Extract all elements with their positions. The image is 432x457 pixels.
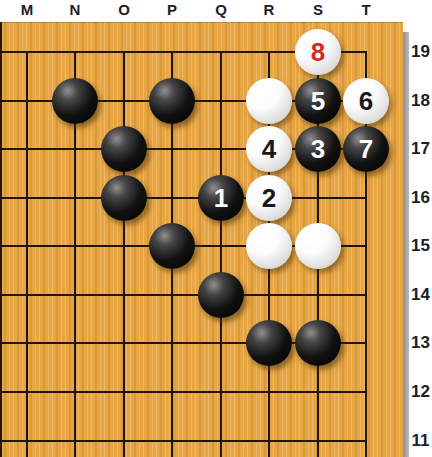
intersection-O18[interactable]: [100, 77, 148, 125]
column-label-m: M: [12, 1, 42, 18]
black-stone-S18-move-5[interactable]: 5: [295, 78, 341, 124]
intersection-N16[interactable]: [51, 174, 99, 222]
intersection-O13[interactable]: [100, 319, 148, 367]
intersection-P16[interactable]: [148, 174, 196, 222]
black-stone-O17[interactable]: [101, 126, 147, 172]
black-stone-N18[interactable]: [52, 78, 98, 124]
intersection-S12[interactable]: [294, 368, 342, 416]
intersection-M11[interactable]: [3, 417, 51, 457]
intersection-O19[interactable]: [100, 28, 148, 76]
intersection-N11[interactable]: [51, 417, 99, 457]
intersection-S16[interactable]: [294, 174, 342, 222]
intersection-Q17[interactable]: [197, 125, 245, 173]
intersection-T13[interactable]: [342, 319, 390, 367]
column-label-n: N: [60, 1, 90, 18]
move-number-label: 2: [262, 185, 276, 211]
move-number-label: 8: [311, 39, 325, 65]
intersection-O14[interactable]: [100, 271, 148, 319]
intersection-N13[interactable]: [51, 319, 99, 367]
black-stone-O16[interactable]: [101, 175, 147, 221]
intersection-T14[interactable]: [342, 271, 390, 319]
intersection-N17[interactable]: [51, 125, 99, 173]
white-stone-R15[interactable]: [246, 223, 292, 269]
column-label-p: P: [157, 1, 187, 18]
black-stone-Q14[interactable]: [198, 272, 244, 318]
intersection-T19[interactable]: [342, 28, 390, 76]
intersection-N12[interactable]: [51, 368, 99, 416]
white-stone-R16-move-2[interactable]: 2: [246, 175, 292, 221]
intersection-T15[interactable]: [342, 222, 390, 270]
row-label-15: 15: [409, 236, 432, 256]
intersection-S11[interactable]: [294, 417, 342, 457]
intersection-Q13[interactable]: [197, 319, 245, 367]
row-label-12: 12: [409, 382, 432, 402]
row-label-19: 19: [409, 42, 432, 62]
intersection-T11[interactable]: [342, 417, 390, 457]
intersection-P13[interactable]: [148, 319, 196, 367]
move-number-label: 5: [311, 88, 325, 114]
intersection-R11[interactable]: [245, 417, 293, 457]
row-label-17: 17: [409, 139, 432, 159]
intersection-M18[interactable]: [3, 77, 51, 125]
intersection-N14[interactable]: [51, 271, 99, 319]
intersection-S14[interactable]: [294, 271, 342, 319]
white-stone-T18-move-6[interactable]: 6: [343, 78, 389, 124]
intersection-P14[interactable]: [148, 271, 196, 319]
white-stone-S15[interactable]: [295, 223, 341, 269]
column-label-q: Q: [206, 1, 236, 18]
row-label-11: 11: [409, 431, 432, 451]
intersection-M12[interactable]: [3, 368, 51, 416]
white-stone-R18[interactable]: [246, 78, 292, 124]
intersection-M19[interactable]: [3, 28, 51, 76]
intersection-P17[interactable]: [148, 125, 196, 173]
intersection-P12[interactable]: [148, 368, 196, 416]
intersection-N15[interactable]: [51, 222, 99, 270]
black-stone-P15[interactable]: [149, 223, 195, 269]
move-number-label: 6: [359, 88, 373, 114]
intersection-T16[interactable]: [342, 174, 390, 222]
column-label-o: O: [109, 1, 139, 18]
intersection-Q12[interactable]: [197, 368, 245, 416]
intersection-R14[interactable]: [245, 271, 293, 319]
intersection-Q18[interactable]: [197, 77, 245, 125]
column-label-t: T: [351, 1, 381, 18]
intersection-P19[interactable]: [148, 28, 196, 76]
white-stone-R17-move-4[interactable]: 4: [246, 126, 292, 172]
black-stone-R13[interactable]: [246, 320, 292, 366]
black-stone-S17-move-3[interactable]: 3: [295, 126, 341, 172]
black-stone-T17-move-7[interactable]: 7: [343, 126, 389, 172]
intersection-Q19[interactable]: [197, 28, 245, 76]
white-stone-S19-move-8[interactable]: 8: [295, 29, 341, 75]
move-number-label: 7: [359, 136, 373, 162]
intersection-P11[interactable]: [148, 417, 196, 457]
intersection-Q15[interactable]: [197, 222, 245, 270]
intersection-O12[interactable]: [100, 368, 148, 416]
row-label-13: 13: [409, 333, 432, 353]
column-label-r: R: [254, 1, 284, 18]
move-number-label: 3: [311, 136, 325, 162]
move-number-label: 4: [262, 136, 276, 162]
intersection-M15[interactable]: [3, 222, 51, 270]
intersection-M14[interactable]: [3, 271, 51, 319]
black-stone-P18[interactable]: [149, 78, 195, 124]
intersection-M13[interactable]: [3, 319, 51, 367]
black-stone-Q16-move-1[interactable]: 1: [198, 175, 244, 221]
intersection-O15[interactable]: [100, 222, 148, 270]
black-stone-S13[interactable]: [295, 320, 341, 366]
intersection-O11[interactable]: [100, 417, 148, 457]
intersection-T12[interactable]: [342, 368, 390, 416]
row-label-14: 14: [409, 285, 432, 305]
intersection-R19[interactable]: [245, 28, 293, 76]
intersection-M16[interactable]: [3, 174, 51, 222]
move-number-label: 1: [214, 185, 228, 211]
intersection-Q11[interactable]: [197, 417, 245, 457]
go-diagram: 85643712 M N O P Q R S T 19 18 17 16 15 …: [0, 0, 432, 457]
intersection-M17[interactable]: [3, 125, 51, 173]
row-label-18: 18: [409, 91, 432, 111]
column-label-s: S: [303, 1, 333, 18]
intersection-R12[interactable]: [245, 368, 293, 416]
intersection-N19[interactable]: [51, 28, 99, 76]
row-label-16: 16: [409, 188, 432, 208]
